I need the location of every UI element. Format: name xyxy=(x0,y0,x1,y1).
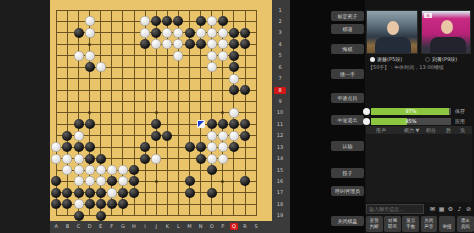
black-stone-R11[interactable] xyxy=(240,119,250,129)
row-label-19: 19 xyxy=(274,212,286,219)
row-label-14: 14 xyxy=(274,155,286,162)
white-stone-E6[interactable] xyxy=(96,62,106,72)
slider-save-button[interactable]: 保存 xyxy=(455,107,465,116)
sidebar-button[interactable]: 猜一手 xyxy=(331,69,364,79)
black-stone-F16[interactable] xyxy=(107,176,117,186)
black-stone-B13[interactable] xyxy=(62,142,72,152)
black-stone-R4[interactable] xyxy=(240,39,250,49)
black-stone-P11[interactable] xyxy=(218,119,228,129)
white-stone-A14[interactable] xyxy=(51,154,61,164)
black-stone-A17[interactable] xyxy=(51,188,61,198)
column-label-S: S xyxy=(252,223,260,230)
black-stone-M16[interactable] xyxy=(185,176,195,186)
white-stone-O5[interactable] xyxy=(207,51,217,61)
row-label-5: 5 xyxy=(274,52,286,59)
table-header[interactable]: 积分 xyxy=(426,126,436,134)
row-label-7: 7 xyxy=(274,75,286,82)
black-stone-icon xyxy=(425,57,430,62)
black-stone-G18[interactable] xyxy=(118,199,128,209)
sidebar-button[interactable]: 关闭棋盘 xyxy=(331,216,364,226)
black-stone-D18[interactable] xyxy=(85,199,95,209)
black-stone-D6[interactable] xyxy=(85,62,95,72)
white-stone-O14[interactable] xyxy=(207,154,217,164)
row-label-3: 3 xyxy=(274,29,286,36)
white-stone-C14[interactable] xyxy=(74,154,84,164)
toolbar-button[interactable]: 关闭声音 xyxy=(421,216,438,232)
left-margin xyxy=(0,0,50,233)
white-stone-P14[interactable] xyxy=(218,154,228,164)
black-stone-D13[interactable] xyxy=(85,142,95,152)
white-stone-N3[interactable] xyxy=(196,28,206,38)
black-stone-N14[interactable] xyxy=(196,154,206,164)
go-board[interactable] xyxy=(50,0,272,221)
white-stone-O13[interactable] xyxy=(207,142,217,152)
white-stone-I3[interactable] xyxy=(140,28,150,38)
white-stone-O2[interactable] xyxy=(207,16,217,26)
column-label-B: B xyxy=(63,223,71,230)
slider-percent: 97% xyxy=(371,108,451,115)
row-label-8: 8 xyxy=(274,87,286,94)
white-stone-C12[interactable] xyxy=(74,131,84,141)
grid-line xyxy=(256,10,257,217)
white-stone-L5[interactable] xyxy=(173,51,183,61)
column-label-M: M xyxy=(186,223,194,230)
sidebar-button[interactable]: 投子 xyxy=(331,168,364,178)
row-label-4: 4 xyxy=(274,41,286,48)
column-label-N: N xyxy=(197,223,205,230)
white-stone-C16[interactable] xyxy=(74,176,84,186)
white-stone-F17[interactable] xyxy=(107,188,117,198)
column-label-H: H xyxy=(130,223,138,230)
black-stone-Q4[interactable] xyxy=(229,39,239,49)
table-header[interactable]: 用户 xyxy=(376,126,386,134)
black-stone-R12[interactable] xyxy=(240,131,250,141)
white-stone-C5[interactable] xyxy=(74,51,84,61)
column-label-I: I xyxy=(141,223,149,230)
white-stone-F15[interactable] xyxy=(107,165,117,175)
black-stone-D14[interactable] xyxy=(85,154,95,164)
row-label-1: 1 xyxy=(274,7,286,14)
slider-row-1: 97% 保存 xyxy=(363,107,472,116)
black-stone-Q6[interactable] xyxy=(229,62,239,72)
black-stone-O15[interactable] xyxy=(207,165,217,175)
black-stone-E19[interactable] xyxy=(96,211,106,221)
column-label-Q: Q xyxy=(230,223,238,230)
white-stone-G15[interactable] xyxy=(118,165,128,175)
white-stone-Q10[interactable] xyxy=(229,108,239,118)
white-stone-J14[interactable] xyxy=(151,154,161,164)
black-stone-E14[interactable] xyxy=(96,154,106,164)
white-stone-P12[interactable] xyxy=(218,131,228,141)
white-stone-D5[interactable] xyxy=(85,51,95,61)
black-stone-C3[interactable] xyxy=(74,28,84,38)
black-stone-M3[interactable] xyxy=(185,28,195,38)
game-status: 【50手】：午休时间，13:00继续 xyxy=(368,64,472,70)
black-stone-C11[interactable] xyxy=(74,119,84,129)
black-stone-F18[interactable] xyxy=(107,199,117,209)
player-torso xyxy=(375,37,411,53)
slider-knob[interactable] xyxy=(363,108,370,115)
sidebar: 标定死子棋谱悔棋猜一手申请点目中途退出认输投子呼叫管理员关闭棋盘 xyxy=(330,0,365,233)
black-stone-H15[interactable] xyxy=(129,165,139,175)
black-stone-Q13[interactable] xyxy=(229,142,239,152)
grid-line xyxy=(56,215,257,216)
black-stone-N4[interactable] xyxy=(196,39,206,49)
column-label-P: P xyxy=(219,223,227,230)
sidebar-button[interactable]: 认输 xyxy=(331,141,364,151)
black-stone-B17[interactable] xyxy=(62,188,72,198)
white-stone-O3[interactable] xyxy=(207,28,217,38)
black-stone-M4[interactable] xyxy=(185,39,195,49)
column-label-J: J xyxy=(152,223,160,230)
black-stone-D11[interactable] xyxy=(85,119,95,129)
black-stone-I4[interactable] xyxy=(140,39,150,49)
white-stone-O12[interactable] xyxy=(207,131,217,141)
white-stone-P5[interactable] xyxy=(218,51,228,61)
black-stone-G17[interactable] xyxy=(118,188,128,198)
white-stone-I2[interactable] xyxy=(140,16,150,26)
white-stone-Q7[interactable] xyxy=(229,74,239,84)
sidebar-button[interactable]: 悔棋 xyxy=(331,44,364,54)
row-label-16: 16 xyxy=(274,178,286,185)
black-stone-M13[interactable] xyxy=(185,142,195,152)
sound-icon[interactable]: ♪ xyxy=(455,204,464,214)
star-point xyxy=(88,43,91,46)
white-stone-K4[interactable] xyxy=(162,39,172,49)
studio-logo: S xyxy=(424,13,432,18)
row-label-18: 18 xyxy=(274,201,286,208)
column-label-F: F xyxy=(108,223,116,230)
black-stone-R3[interactable] xyxy=(240,28,250,38)
column-label-O: O xyxy=(208,223,216,230)
black-stone-D17[interactable] xyxy=(85,188,95,198)
white-stone-D15[interactable] xyxy=(85,165,95,175)
black-stone-C13[interactable] xyxy=(74,142,84,152)
player-face xyxy=(387,21,399,35)
row-label-2: 2 xyxy=(274,18,286,25)
black-stone-Q8[interactable] xyxy=(229,85,239,95)
settings-icon[interactable]: ⚙ xyxy=(446,204,455,214)
column-label-L: L xyxy=(174,223,182,230)
sidebar-button[interactable]: 标定死子 xyxy=(331,11,364,21)
table-header[interactable]: 负 xyxy=(460,126,465,134)
black-stone-H17[interactable] xyxy=(129,188,139,198)
column-label-K: K xyxy=(163,223,171,230)
player-name-white: 谢赫(P5段) xyxy=(370,56,402,63)
black-stone-L2[interactable] xyxy=(173,16,183,26)
white-stone-B14[interactable] xyxy=(62,154,72,164)
column-label-D: D xyxy=(86,223,94,230)
sidebar-button[interactable]: 中途退出 xyxy=(331,115,364,125)
toolbar-button[interactable]: 对局研究 xyxy=(384,216,401,232)
mute-icon[interactable]: ⊘ xyxy=(464,204,473,214)
white-stone-L4[interactable] xyxy=(173,39,183,49)
white-stone-O4[interactable] xyxy=(207,39,217,49)
sidebar-button[interactable]: 棋谱 xyxy=(331,24,364,34)
column-label-A: A xyxy=(52,223,60,230)
white-stone-P3[interactable] xyxy=(218,28,228,38)
white-stone-E15[interactable] xyxy=(96,165,106,175)
player-name-black: 刘菁(P9段) xyxy=(425,56,457,63)
slider-track[interactable]: 45% xyxy=(371,118,451,125)
star-point xyxy=(221,111,224,114)
chat-icon[interactable]: ✉ xyxy=(428,204,437,214)
star-point xyxy=(221,180,224,183)
black-stone-J11[interactable] xyxy=(151,119,161,129)
white-stone-D2[interactable] xyxy=(85,16,95,26)
white-stone-G16[interactable] xyxy=(118,176,128,186)
slider-apply-button[interactable]: 应用 xyxy=(455,117,465,126)
column-label-G: G xyxy=(119,223,127,230)
slider-track[interactable]: 97% xyxy=(371,108,451,115)
column-label-E: E xyxy=(97,223,105,230)
black-stone-C19[interactable] xyxy=(74,211,84,221)
white-stone-L3[interactable] xyxy=(173,28,183,38)
black-stone-K12[interactable] xyxy=(162,131,172,141)
black-stone-Q11[interactable] xyxy=(229,119,239,129)
user-list[interactable] xyxy=(366,134,472,202)
black-stone-H16[interactable] xyxy=(129,176,139,186)
black-stone-N2[interactable] xyxy=(196,16,206,26)
star-point xyxy=(155,111,158,114)
slider-knob[interactable] xyxy=(363,118,370,125)
black-stone-N13[interactable] xyxy=(196,142,206,152)
toolbar-button[interactable]: 退出房间 xyxy=(457,216,474,232)
toolbar-button[interactable]: 举报 xyxy=(439,216,456,232)
image-icon[interactable]: ▦ xyxy=(437,204,446,214)
black-stone-J3[interactable] xyxy=(151,28,161,38)
row-label-11: 11 xyxy=(274,121,286,128)
row-label-13: 13 xyxy=(274,144,286,151)
slider-row-2: 45% 应用 xyxy=(363,117,472,126)
black-stone-I13[interactable] xyxy=(140,142,150,152)
row-coordinates-strip: 12345678910111213141516171819 xyxy=(272,0,290,221)
toolbar-button[interactable]: 显示手数 xyxy=(402,216,419,232)
white-stone-C18[interactable] xyxy=(74,199,84,209)
chat-input[interactable]: 输入聊天信息... xyxy=(366,204,424,214)
black-stone-I14[interactable] xyxy=(140,154,150,164)
row-label-12: 12 xyxy=(274,132,286,139)
white-stone-P13[interactable] xyxy=(218,142,228,152)
white-stone-J4[interactable] xyxy=(151,39,161,49)
row-label-10: 10 xyxy=(274,109,286,116)
table-header[interactable]: 棋力 ▼ xyxy=(404,126,419,134)
user-table-header: 用户棋力 ▼积分胜负 xyxy=(366,126,472,134)
black-stone-O17[interactable] xyxy=(207,188,217,198)
black-stone-M17[interactable] xyxy=(185,188,195,198)
white-stone-P4[interactable] xyxy=(218,39,228,49)
black-stone-R16[interactable] xyxy=(240,176,250,186)
black-stone-Q5[interactable] xyxy=(229,51,239,61)
panel-gap xyxy=(290,0,330,233)
white-stone-icon xyxy=(370,57,375,62)
black-stone-B18[interactable] xyxy=(62,199,72,209)
slider-percent: 45% xyxy=(371,118,451,125)
branch-marker-blue-triangle xyxy=(197,120,205,128)
white-stone-K3[interactable] xyxy=(162,28,172,38)
black-stone-J2[interactable] xyxy=(151,16,161,26)
column-label-C: C xyxy=(75,223,83,230)
black-stone-K2[interactable] xyxy=(162,16,172,26)
go-app-window: ABCDEFGHIJKLMNOPQRS 12345678910111213141… xyxy=(0,0,474,233)
black-stone-C17[interactable] xyxy=(74,188,84,198)
white-stone-D3[interactable] xyxy=(85,28,95,38)
row-label-15: 15 xyxy=(274,167,286,174)
black-stone-E18[interactable] xyxy=(96,199,106,209)
table-header[interactable]: 胜 xyxy=(446,126,451,134)
player-video-left xyxy=(366,10,418,54)
black-stone-A18[interactable] xyxy=(51,199,61,209)
sidebar-button[interactable]: 呼叫管理员 xyxy=(331,186,364,196)
star-point xyxy=(88,111,91,114)
toolbar-button[interactable]: 形势判断 xyxy=(366,216,383,232)
column-coordinates-strip: ABCDEFGHIJKLMNOPQRS xyxy=(50,221,290,233)
player-video-right: S xyxy=(421,10,471,54)
player-face xyxy=(441,20,453,34)
star-point xyxy=(155,180,158,183)
row-label-17: 17 xyxy=(274,189,286,196)
white-stone-D16[interactable] xyxy=(85,176,95,186)
column-label-R: R xyxy=(241,223,249,230)
black-stone-Q3[interactable] xyxy=(229,28,239,38)
black-stone-R8[interactable] xyxy=(240,85,250,95)
row-label-6: 6 xyxy=(274,64,286,71)
white-stone-E16[interactable] xyxy=(96,176,106,186)
row-label-9: 9 xyxy=(274,98,286,105)
sidebar-button[interactable]: 申请点目 xyxy=(331,93,364,103)
black-stone-J12[interactable] xyxy=(151,131,161,141)
white-stone-B15[interactable] xyxy=(62,165,72,175)
black-stone-P2[interactable] xyxy=(218,16,228,26)
black-stone-A16[interactable] xyxy=(51,176,61,186)
black-stone-E17[interactable] xyxy=(96,188,106,198)
white-stone-C15[interactable] xyxy=(74,165,84,175)
black-stone-O11[interactable] xyxy=(207,119,217,129)
bottom-toolbar: 形势判断对局研究显示手数关闭声音举报退出房间 xyxy=(366,216,474,233)
black-stone-B12[interactable] xyxy=(62,131,72,141)
chat-row: 输入聊天信息... ✉▦⚙♪⊘ xyxy=(366,204,472,214)
white-stone-O6[interactable] xyxy=(207,62,217,72)
white-stone-Q12[interactable] xyxy=(229,131,239,141)
white-stone-A13[interactable] xyxy=(51,142,61,152)
player-torso xyxy=(430,37,466,53)
